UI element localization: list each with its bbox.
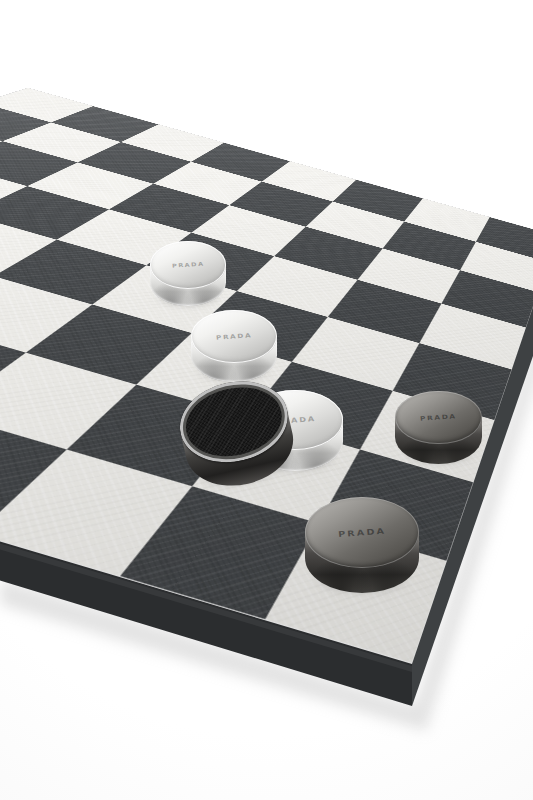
piece-black-leather[interactable]	[172, 371, 301, 495]
prada-engraving: PRADA	[338, 526, 387, 538]
piece-top: PRADA	[395, 391, 482, 445]
product-photo-scene: PRADAPRADAPRADAPRADAPRADA	[0, 0, 533, 800]
piece-silver-2[interactable]: PRADA	[191, 310, 277, 382]
prada-engraving: PRADA	[420, 413, 457, 423]
piece-top: PRADA	[150, 241, 227, 289]
piece-gunmetal-1[interactable]: PRADA	[395, 391, 482, 464]
piece-top: PRADA	[305, 497, 419, 568]
prada-engraving: PRADA	[216, 332, 253, 342]
piece-silver-1[interactable]: PRADA	[150, 241, 227, 306]
piece-top: PRADA	[191, 310, 277, 363]
piece-gunmetal-2[interactable]: PRADA	[305, 497, 419, 593]
prada-engraving: PRADA	[171, 261, 204, 270]
